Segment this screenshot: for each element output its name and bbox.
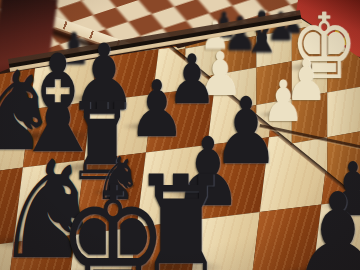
chess-photo-scene: ♟♟♟♝♟♟♟ ♞♝♟♜♟♟♞♞♚♜♟♟♟♟♟♟♟♚ [0, 0, 360, 270]
black-pawn-piece[interactable]: ♟ [289, 176, 360, 270]
black-king-piece[interactable]: ♚ [57, 167, 168, 270]
pieces-layer: ♞♝♟♜♟♟♞♞♚♜♟♟♟♟♟♟♟♚ [0, 0, 360, 270]
